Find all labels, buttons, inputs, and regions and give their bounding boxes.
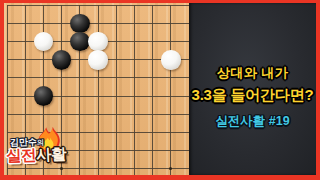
grid-line-horizontal: [7, 114, 190, 115]
white-stone: [88, 50, 108, 70]
series-badge: 실전사활 #19: [189, 113, 316, 130]
black-stone: [70, 14, 90, 34]
video-title-line2: 3.3을 들어간다면?: [189, 86, 316, 105]
title-block: 상대와 내가 3.3을 들어간다면? 실전사활 #19: [189, 64, 316, 130]
video-title-line1: 상대와 내가: [189, 64, 316, 82]
black-stone: [34, 86, 54, 106]
logo-title: 실전사활: [6, 144, 67, 167]
grid-line-horizontal: [7, 5, 190, 6]
title-panel: 상대와 내가 3.3을 들어간다면? 실전사활 #19: [189, 3, 316, 175]
logo-title-white: 사활: [36, 145, 67, 163]
white-stone: [34, 32, 54, 52]
black-stone: [52, 50, 72, 70]
go-board: 김만수의 실전사활: [4, 3, 189, 175]
channel-logo: 김만수의 실전사활: [6, 125, 72, 171]
logo-title-red: 실전: [6, 146, 37, 164]
black-stone: [70, 32, 90, 52]
video-thumbnail[interactable]: 김만수의 실전사활 상대와 내가 3.3을 들어간다면? 실전사활 #19: [0, 0, 320, 180]
grid-line-horizontal: [7, 77, 190, 78]
grid-line-horizontal: [7, 23, 190, 24]
white-stone: [88, 32, 108, 52]
star-point: [169, 167, 172, 170]
white-stone: [161, 50, 181, 70]
